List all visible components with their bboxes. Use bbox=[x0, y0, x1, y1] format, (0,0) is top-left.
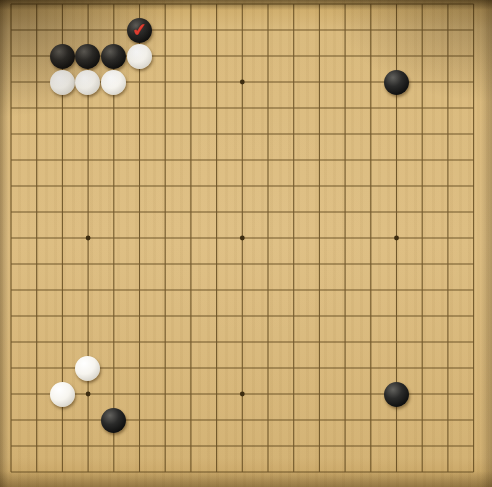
board-grid[interactable]: ✔ bbox=[0, 0, 486, 485]
black-stone: ✔ bbox=[127, 18, 152, 43]
white-stone bbox=[101, 70, 126, 95]
black-stone bbox=[101, 44, 126, 69]
black-stone bbox=[101, 408, 126, 433]
white-stone bbox=[75, 70, 100, 95]
black-stone bbox=[50, 44, 75, 69]
last-move-marker-icon: ✔ bbox=[125, 15, 152, 42]
go-board[interactable]: ✔ bbox=[0, 0, 492, 487]
white-stone bbox=[50, 70, 75, 95]
black-stone bbox=[384, 382, 409, 407]
white-stone bbox=[50, 382, 75, 407]
black-stone bbox=[384, 70, 409, 95]
white-stone bbox=[75, 356, 100, 381]
white-stone bbox=[127, 44, 152, 69]
black-stone bbox=[75, 44, 100, 69]
